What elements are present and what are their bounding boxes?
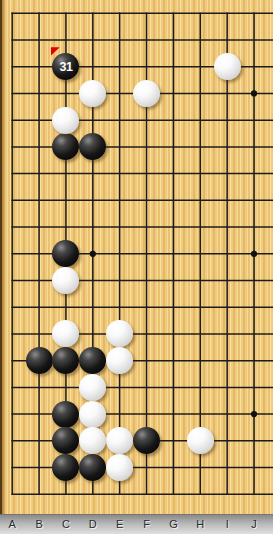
stone-white-D4 (79, 80, 106, 107)
stone-black-C14 (52, 347, 79, 374)
stone-black-C3: 31 (52, 53, 79, 80)
stone-black-D14 (79, 347, 106, 374)
stone-white-I3 (214, 53, 241, 80)
stone-white-C13 (52, 320, 79, 347)
stone-black-B14 (26, 347, 53, 374)
stone-black-C18 (52, 454, 79, 481)
column-label-D: D (89, 518, 97, 530)
stones-layer: 31 (0, 0, 273, 514)
stone-black-D6 (79, 133, 106, 160)
stone-white-E17 (106, 427, 133, 454)
go-board-diagram: 31 ABCDEFGHIJ (0, 0, 273, 534)
board-left-edge-shadow (0, 0, 6, 514)
stone-black-C10 (52, 240, 79, 267)
stone-black-C6 (52, 133, 79, 160)
stone-black-C17 (52, 427, 79, 454)
stone-white-E13 (106, 320, 133, 347)
stone-white-C11 (52, 267, 79, 294)
stone-black-C16 (52, 401, 79, 428)
column-label-E: E (116, 518, 123, 530)
column-label-H: H (196, 518, 204, 530)
stone-white-E18 (106, 454, 133, 481)
column-label-B: B (35, 518, 42, 530)
column-label-G: G (169, 518, 178, 530)
column-label-F: F (143, 518, 150, 530)
column-label-J: J (251, 518, 257, 530)
column-label-bar: ABCDEFGHIJ (0, 514, 273, 534)
stone-white-E14 (106, 347, 133, 374)
stone-black-F17 (133, 427, 160, 454)
move-number-label: 31 (52, 53, 79, 80)
stone-white-F4 (133, 80, 160, 107)
stone-white-C5 (52, 107, 79, 134)
stone-white-D16 (79, 401, 106, 428)
stone-white-H17 (187, 427, 214, 454)
stone-white-D15 (79, 374, 106, 401)
stone-white-D17 (79, 427, 106, 454)
column-label-A: A (9, 518, 16, 530)
column-label-I: I (226, 518, 229, 530)
column-label-C: C (62, 518, 70, 530)
stone-black-D18 (79, 454, 106, 481)
